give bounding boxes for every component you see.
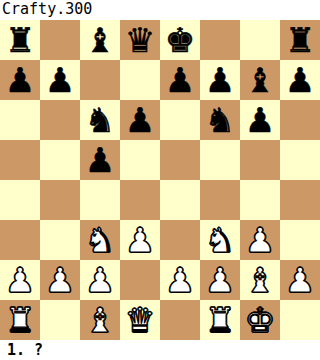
square-f1[interactable]: ♜ [200, 300, 240, 340]
black-king-icon: ♚ [165, 20, 195, 60]
move-prompt[interactable]: 1. ? [7, 342, 43, 358]
black-pawn-icon: ♟ [125, 100, 155, 140]
square-f8[interactable] [200, 20, 240, 60]
square-b1[interactable] [40, 300, 80, 340]
square-e7[interactable]: ♟ [160, 60, 200, 100]
white-knight-icon: ♞ [85, 220, 115, 260]
black-pawn-icon: ♟ [245, 100, 275, 140]
square-a7[interactable]: ♟ [0, 60, 40, 100]
square-a8[interactable]: ♜ [0, 20, 40, 60]
black-bishop-icon: ♝ [85, 20, 115, 60]
black-pawn-icon: ♟ [5, 60, 35, 100]
square-g7[interactable]: ♝ [240, 60, 280, 100]
square-b6[interactable] [40, 100, 80, 140]
square-c4[interactable] [80, 180, 120, 220]
square-a6[interactable] [0, 100, 40, 140]
square-d4[interactable] [120, 180, 160, 220]
square-a5[interactable] [0, 140, 40, 180]
square-b8[interactable] [40, 20, 80, 60]
square-d7[interactable] [120, 60, 160, 100]
white-pawn-icon: ♟ [5, 260, 35, 300]
black-knight-icon: ♞ [85, 100, 115, 140]
square-e3[interactable] [160, 220, 200, 260]
square-d1[interactable]: ♛ [120, 300, 160, 340]
white-pawn-icon: ♟ [45, 260, 75, 300]
black-knight-icon: ♞ [205, 100, 235, 140]
square-e1[interactable] [160, 300, 200, 340]
white-queen-icon: ♛ [125, 300, 155, 340]
square-d5[interactable] [120, 140, 160, 180]
square-h4[interactable] [280, 180, 320, 220]
white-pawn-icon: ♟ [165, 260, 195, 300]
square-c6[interactable]: ♞ [80, 100, 120, 140]
square-h3[interactable] [280, 220, 320, 260]
white-pawn-icon: ♟ [205, 260, 235, 300]
square-b5[interactable] [40, 140, 80, 180]
square-a2[interactable]: ♟ [0, 260, 40, 300]
chess-board: ♜♝♛♚♜♟♟♟♟♝♟♞♟♞♟♟♞♟♞♟♟♟♟♟♟♝♟♜♝♛♜♚ [0, 20, 320, 340]
black-pawn-icon: ♟ [45, 60, 75, 100]
square-b2[interactable]: ♟ [40, 260, 80, 300]
square-c7[interactable] [80, 60, 120, 100]
black-pawn-icon: ♟ [285, 60, 315, 100]
black-queen-icon: ♛ [125, 20, 155, 60]
square-a1[interactable]: ♜ [0, 300, 40, 340]
square-g5[interactable] [240, 140, 280, 180]
white-pawn-icon: ♟ [85, 260, 115, 300]
white-bishop-icon: ♝ [245, 260, 275, 300]
square-h7[interactable]: ♟ [280, 60, 320, 100]
square-h5[interactable] [280, 140, 320, 180]
square-f7[interactable]: ♟ [200, 60, 240, 100]
square-c3[interactable]: ♞ [80, 220, 120, 260]
square-f6[interactable]: ♞ [200, 100, 240, 140]
square-f4[interactable] [200, 180, 240, 220]
square-g3[interactable]: ♟ [240, 220, 280, 260]
square-f3[interactable]: ♞ [200, 220, 240, 260]
square-a4[interactable] [0, 180, 40, 220]
black-rook-icon: ♜ [5, 20, 35, 60]
square-h1[interactable] [280, 300, 320, 340]
square-b4[interactable] [40, 180, 80, 220]
square-c2[interactable]: ♟ [80, 260, 120, 300]
square-f2[interactable]: ♟ [200, 260, 240, 300]
white-pawn-icon: ♟ [245, 220, 275, 260]
white-rook-icon: ♜ [5, 300, 35, 340]
white-knight-icon: ♞ [205, 220, 235, 260]
white-pawn-icon: ♟ [125, 220, 155, 260]
square-d3[interactable]: ♟ [120, 220, 160, 260]
square-d8[interactable]: ♛ [120, 20, 160, 60]
square-g4[interactable] [240, 180, 280, 220]
square-e6[interactable] [160, 100, 200, 140]
crafty-window: Crafty.300 ♜♝♛♚♜♟♟♟♟♝♟♞♟♞♟♟♞♟♞♟♟♟♟♟♟♝♟♜♝… [0, 0, 320, 360]
white-king-icon: ♚ [245, 300, 275, 340]
square-e4[interactable] [160, 180, 200, 220]
square-d6[interactable]: ♟ [120, 100, 160, 140]
square-g6[interactable]: ♟ [240, 100, 280, 140]
black-pawn-icon: ♟ [205, 60, 235, 100]
square-c8[interactable]: ♝ [80, 20, 120, 60]
square-e8[interactable]: ♚ [160, 20, 200, 60]
square-c1[interactable]: ♝ [80, 300, 120, 340]
square-b7[interactable]: ♟ [40, 60, 80, 100]
prompt-bar: 1. ? [0, 340, 320, 360]
square-h6[interactable] [280, 100, 320, 140]
square-f5[interactable] [200, 140, 240, 180]
square-a3[interactable] [0, 220, 40, 260]
title-bar: Crafty.300 [0, 0, 320, 20]
black-rook-icon: ♜ [285, 20, 315, 60]
black-pawn-icon: ♟ [85, 140, 115, 180]
square-g2[interactable]: ♝ [240, 260, 280, 300]
square-d2[interactable] [120, 260, 160, 300]
square-c5[interactable]: ♟ [80, 140, 120, 180]
black-pawn-icon: ♟ [165, 60, 195, 100]
square-e5[interactable] [160, 140, 200, 180]
white-rook-icon: ♜ [205, 300, 235, 340]
square-b3[interactable] [40, 220, 80, 260]
square-e2[interactable]: ♟ [160, 260, 200, 300]
white-bishop-icon: ♝ [85, 300, 115, 340]
square-h8[interactable]: ♜ [280, 20, 320, 60]
square-g8[interactable] [240, 20, 280, 60]
black-bishop-icon: ♝ [245, 60, 275, 100]
square-g1[interactable]: ♚ [240, 300, 280, 340]
window-title: Crafty.300 [2, 1, 92, 18]
square-h2[interactable]: ♟ [280, 260, 320, 300]
white-pawn-icon: ♟ [285, 260, 315, 300]
